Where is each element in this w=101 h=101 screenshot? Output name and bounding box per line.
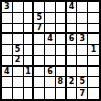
cell-r5c4-empty[interactable] bbox=[34, 45, 45, 56]
cell-r4c4-empty[interactable] bbox=[34, 34, 45, 45]
cell-r4c1-empty[interactable] bbox=[2, 34, 13, 45]
cell-r5c3-empty[interactable] bbox=[24, 45, 35, 56]
cell-r6c5-empty[interactable] bbox=[45, 56, 56, 67]
cell-r4c5-given[interactable]: 4 bbox=[45, 34, 56, 45]
given-digit: 7 bbox=[36, 24, 42, 32]
given-digit: 7 bbox=[80, 90, 86, 98]
cell-r9c3-empty[interactable] bbox=[24, 88, 35, 99]
given-digit: 2 bbox=[15, 56, 21, 64]
cell-r4c6-empty[interactable] bbox=[56, 34, 67, 45]
cell-r8c4-empty[interactable] bbox=[34, 77, 45, 88]
cell-r9c6-empty[interactable] bbox=[56, 88, 67, 99]
cell-r4c9-empty[interactable] bbox=[88, 34, 99, 45]
cell-r6c4-empty[interactable] bbox=[34, 56, 45, 67]
cell-r8c9-empty[interactable] bbox=[88, 77, 99, 88]
cell-r6c7-empty[interactable] bbox=[67, 56, 78, 67]
cell-r7c8-empty[interactable] bbox=[77, 67, 88, 78]
cell-r5c5-empty[interactable] bbox=[45, 45, 56, 56]
cell-r2c1-empty[interactable] bbox=[2, 13, 13, 24]
cell-r6c1-empty[interactable] bbox=[2, 56, 13, 67]
cell-r3c3-empty[interactable] bbox=[24, 24, 35, 35]
given-digit: 4 bbox=[47, 35, 53, 43]
cell-r9c4-empty[interactable] bbox=[34, 88, 45, 99]
cell-r1c2-empty[interactable] bbox=[13, 2, 24, 13]
cell-r9c7-empty[interactable] bbox=[67, 88, 78, 99]
cell-r1c6-empty[interactable] bbox=[56, 2, 67, 13]
given-digit: 3 bbox=[80, 35, 86, 43]
sudoku-board: 34574635124168257 bbox=[0, 0, 101, 101]
cell-r9c2-empty[interactable] bbox=[13, 88, 24, 99]
cell-r3c1-empty[interactable] bbox=[2, 24, 13, 35]
cell-r7c3-given[interactable]: 1 bbox=[24, 67, 35, 78]
cell-r8c8-given[interactable]: 5 bbox=[77, 77, 88, 88]
given-digit: 2 bbox=[69, 78, 75, 86]
cell-r7c2-empty[interactable] bbox=[13, 67, 24, 78]
given-digit: 8 bbox=[57, 78, 63, 86]
cell-r8c1-empty[interactable] bbox=[2, 77, 13, 88]
cell-r1c3-empty[interactable] bbox=[24, 2, 35, 13]
cell-r7c4-empty[interactable] bbox=[34, 67, 45, 78]
cell-r4c8-given[interactable]: 3 bbox=[77, 34, 88, 45]
cell-r6c3-empty[interactable] bbox=[24, 56, 35, 67]
cell-r2c9-empty[interactable] bbox=[88, 13, 99, 24]
cell-r7c6-empty[interactable] bbox=[56, 67, 67, 78]
cell-r4c2-empty[interactable] bbox=[13, 34, 24, 45]
given-digit: 4 bbox=[69, 3, 75, 11]
cell-r7c7-empty[interactable] bbox=[67, 67, 78, 78]
given-digit: 3 bbox=[4, 3, 10, 11]
cell-r5c9-given[interactable]: 1 bbox=[88, 45, 99, 56]
given-digit: 1 bbox=[25, 68, 31, 76]
cell-r9c1-empty[interactable] bbox=[2, 88, 13, 99]
cell-r6c9-empty[interactable] bbox=[88, 56, 99, 67]
given-digit: 5 bbox=[36, 14, 42, 22]
cell-r3c4-given[interactable]: 7 bbox=[34, 24, 45, 35]
cell-r3c9-empty[interactable] bbox=[88, 24, 99, 35]
cell-r8c2-empty[interactable] bbox=[13, 77, 24, 88]
cell-r5c1-empty[interactable] bbox=[2, 45, 13, 56]
given-digit: 4 bbox=[4, 68, 10, 76]
cell-r6c2-given[interactable]: 2 bbox=[13, 56, 24, 67]
cell-r8c6-given[interactable]: 8 bbox=[56, 77, 67, 88]
cell-r1c5-empty[interactable] bbox=[45, 2, 56, 13]
cell-r3c2-empty[interactable] bbox=[13, 24, 24, 35]
cell-r1c9-empty[interactable] bbox=[88, 2, 99, 13]
cell-r9c5-empty[interactable] bbox=[45, 88, 56, 99]
given-digit: 5 bbox=[80, 78, 86, 86]
cell-r6c6-empty[interactable] bbox=[56, 56, 67, 67]
cell-r5c6-empty[interactable] bbox=[56, 45, 67, 56]
cell-r4c7-given[interactable]: 6 bbox=[67, 34, 78, 45]
cell-r1c7-given[interactable]: 4 bbox=[67, 2, 78, 13]
cell-r3c7-empty[interactable] bbox=[67, 24, 78, 35]
given-digit: 5 bbox=[15, 46, 21, 54]
cell-r5c7-empty[interactable] bbox=[67, 45, 78, 56]
cell-r7c5-given[interactable]: 6 bbox=[45, 67, 56, 78]
cell-r2c3-empty[interactable] bbox=[24, 13, 35, 24]
cell-r1c1-given[interactable]: 3 bbox=[2, 2, 13, 13]
cell-r8c7-given[interactable]: 2 bbox=[67, 77, 78, 88]
cell-r1c4-empty[interactable] bbox=[34, 2, 45, 13]
cell-r2c8-empty[interactable] bbox=[77, 13, 88, 24]
cell-r2c7-empty[interactable] bbox=[67, 13, 78, 24]
cell-r3c6-empty[interactable] bbox=[56, 24, 67, 35]
given-digit: 6 bbox=[69, 35, 75, 43]
cell-r4c3-empty[interactable] bbox=[24, 34, 35, 45]
given-digit: 6 bbox=[47, 68, 53, 76]
cell-r7c9-empty[interactable] bbox=[88, 67, 99, 78]
cell-r5c8-empty[interactable] bbox=[77, 45, 88, 56]
given-digit: 1 bbox=[91, 46, 97, 54]
cell-r5c2-given[interactable]: 5 bbox=[13, 45, 24, 56]
cell-r9c9-empty[interactable] bbox=[88, 88, 99, 99]
cell-r7c1-given[interactable]: 4 bbox=[2, 67, 13, 78]
cell-r3c5-empty[interactable] bbox=[45, 24, 56, 35]
cell-r8c3-empty[interactable] bbox=[24, 77, 35, 88]
cell-r2c5-empty[interactable] bbox=[45, 13, 56, 24]
cell-r2c2-empty[interactable] bbox=[13, 13, 24, 24]
cell-r8c5-empty[interactable] bbox=[45, 77, 56, 88]
cell-r6c8-empty[interactable] bbox=[77, 56, 88, 67]
cell-r2c4-given[interactable]: 5 bbox=[34, 13, 45, 24]
cell-r9c8-given[interactable]: 7 bbox=[77, 88, 88, 99]
cell-r1c8-empty[interactable] bbox=[77, 2, 88, 13]
cell-r3c8-empty[interactable] bbox=[77, 24, 88, 35]
cell-r2c6-empty[interactable] bbox=[56, 13, 67, 24]
